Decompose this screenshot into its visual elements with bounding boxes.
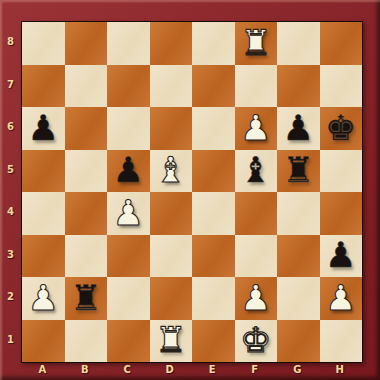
square-g5[interactable]: ♜ — [277, 150, 320, 193]
square-b6[interactable] — [65, 107, 108, 150]
square-d7[interactable] — [150, 65, 193, 108]
square-a5[interactable] — [22, 150, 65, 193]
rank-label-7: 7 — [0, 64, 21, 107]
square-d4[interactable] — [150, 192, 193, 235]
rank-label-4: 4 — [0, 191, 21, 234]
square-c3[interactable] — [107, 235, 150, 278]
rank-label-6: 6 — [0, 106, 21, 149]
square-f1[interactable]: ♚ — [235, 320, 278, 363]
piece-white-king[interactable]: ♚ — [240, 323, 271, 358]
rank-label-5: 5 — [0, 149, 21, 192]
piece-white-pawn[interactable]: ♟ — [240, 281, 271, 316]
chess-board: ♜♟♟♟♚♟♝♝♜♟♟♟♜♟♟♜♚ — [21, 21, 363, 363]
square-g2[interactable] — [277, 277, 320, 320]
square-a3[interactable] — [22, 235, 65, 278]
piece-black-rook[interactable]: ♜ — [70, 281, 101, 316]
piece-black-rook[interactable]: ♜ — [283, 153, 314, 188]
square-a1[interactable] — [22, 320, 65, 363]
square-c8[interactable] — [107, 22, 150, 65]
square-b2[interactable]: ♜ — [65, 277, 108, 320]
square-d2[interactable] — [150, 277, 193, 320]
square-c7[interactable] — [107, 65, 150, 108]
square-d8[interactable] — [150, 22, 193, 65]
square-g4[interactable] — [277, 192, 320, 235]
square-c6[interactable] — [107, 107, 150, 150]
square-h8[interactable] — [320, 22, 363, 65]
file-label-b: B — [64, 362, 107, 380]
square-e5[interactable] — [192, 150, 235, 193]
square-e6[interactable] — [192, 107, 235, 150]
square-e3[interactable] — [192, 235, 235, 278]
square-c2[interactable] — [107, 277, 150, 320]
square-h5[interactable] — [320, 150, 363, 193]
file-label-d: D — [149, 362, 192, 380]
square-e8[interactable] — [192, 22, 235, 65]
square-g6[interactable]: ♟ — [277, 107, 320, 150]
square-c4[interactable]: ♟ — [107, 192, 150, 235]
square-e1[interactable] — [192, 320, 235, 363]
square-g8[interactable] — [277, 22, 320, 65]
square-h3[interactable]: ♟ — [320, 235, 363, 278]
square-b7[interactable] — [65, 65, 108, 108]
piece-white-pawn[interactable]: ♟ — [113, 196, 144, 231]
square-g3[interactable] — [277, 235, 320, 278]
rank-label-2: 2 — [0, 276, 21, 319]
rank-label-1: 1 — [0, 319, 21, 362]
file-label-c: C — [106, 362, 149, 380]
file-label-f: F — [234, 362, 277, 380]
square-e4[interactable] — [192, 192, 235, 235]
square-b5[interactable] — [65, 150, 108, 193]
rank-label-8: 8 — [0, 21, 21, 64]
square-f2[interactable]: ♟ — [235, 277, 278, 320]
square-a6[interactable]: ♟ — [22, 107, 65, 150]
piece-black-pawn[interactable]: ♟ — [113, 153, 144, 188]
square-d6[interactable] — [150, 107, 193, 150]
square-a7[interactable] — [22, 65, 65, 108]
square-e7[interactable] — [192, 65, 235, 108]
square-c5[interactable]: ♟ — [107, 150, 150, 193]
chess-board-frame: ♜♟♟♟♚♟♝♝♜♟♟♟♜♟♟♜♚ 87654321 ABCDEFGH — [0, 0, 380, 380]
square-d1[interactable]: ♜ — [150, 320, 193, 363]
square-a2[interactable]: ♟ — [22, 277, 65, 320]
square-d5[interactable]: ♝ — [150, 150, 193, 193]
square-f7[interactable] — [235, 65, 278, 108]
piece-white-rook[interactable]: ♜ — [240, 26, 271, 61]
file-label-a: A — [21, 362, 64, 380]
piece-white-pawn[interactable]: ♟ — [325, 281, 356, 316]
square-f3[interactable] — [235, 235, 278, 278]
piece-black-pawn[interactable]: ♟ — [283, 111, 314, 146]
square-e2[interactable] — [192, 277, 235, 320]
rank-label-3: 3 — [0, 234, 21, 277]
square-a4[interactable] — [22, 192, 65, 235]
piece-black-bishop[interactable]: ♝ — [240, 153, 271, 188]
piece-black-pawn[interactable]: ♟ — [28, 111, 59, 146]
file-label-g: G — [276, 362, 319, 380]
square-d3[interactable] — [150, 235, 193, 278]
square-b8[interactable] — [65, 22, 108, 65]
piece-black-pawn[interactable]: ♟ — [325, 238, 356, 273]
piece-white-pawn[interactable]: ♟ — [240, 111, 271, 146]
square-g7[interactable] — [277, 65, 320, 108]
square-b4[interactable] — [65, 192, 108, 235]
square-f4[interactable] — [235, 192, 278, 235]
square-c1[interactable] — [107, 320, 150, 363]
file-label-e: E — [191, 362, 234, 380]
piece-white-rook[interactable]: ♜ — [155, 323, 186, 358]
square-f5[interactable]: ♝ — [235, 150, 278, 193]
piece-white-bishop[interactable]: ♝ — [155, 153, 186, 188]
square-h4[interactable] — [320, 192, 363, 235]
square-b3[interactable] — [65, 235, 108, 278]
square-h6[interactable]: ♚ — [320, 107, 363, 150]
file-label-h: H — [319, 362, 362, 380]
square-a8[interactable] — [22, 22, 65, 65]
square-f8[interactable]: ♜ — [235, 22, 278, 65]
square-b1[interactable] — [65, 320, 108, 363]
piece-white-pawn[interactable]: ♟ — [28, 281, 59, 316]
square-h7[interactable] — [320, 65, 363, 108]
square-h1[interactable] — [320, 320, 363, 363]
square-f6[interactable]: ♟ — [235, 107, 278, 150]
square-g1[interactable] — [277, 320, 320, 363]
square-h2[interactable]: ♟ — [320, 277, 363, 320]
piece-black-king[interactable]: ♚ — [325, 111, 356, 146]
